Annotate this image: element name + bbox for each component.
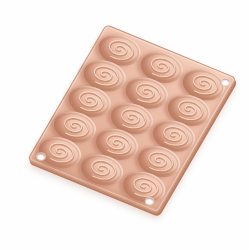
- product-photo: [0, 0, 250, 250]
- silicone-mold-body: [27, 24, 237, 214]
